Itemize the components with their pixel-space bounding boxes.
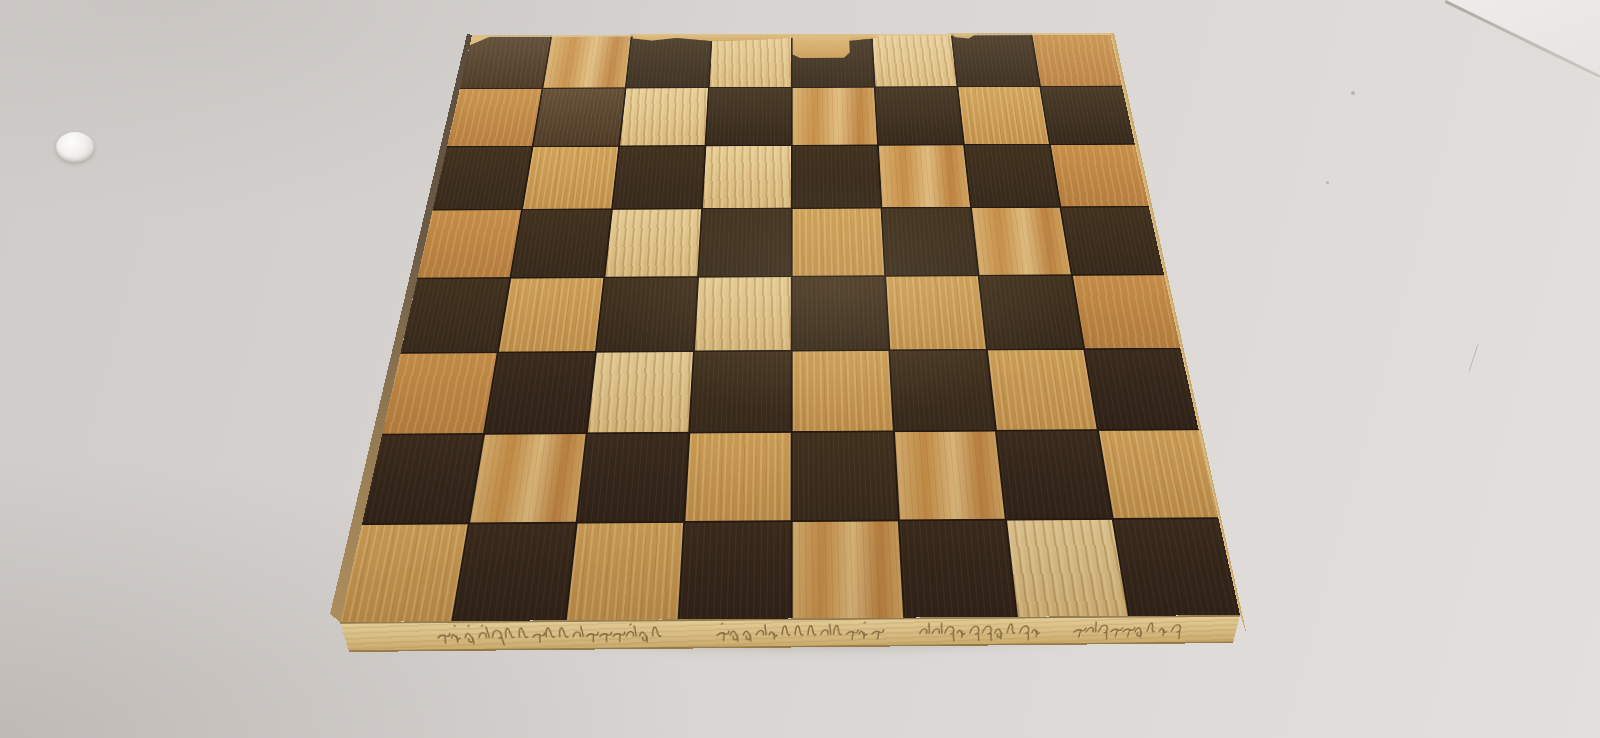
- square-r3c2: [605, 209, 701, 276]
- square-r1c6: [958, 87, 1049, 144]
- square-r6c3: [685, 433, 790, 521]
- square-r3c5: [882, 208, 977, 275]
- square-r2c5: [879, 145, 970, 207]
- square-r7c2: [567, 523, 683, 620]
- square-r6c5: [895, 432, 1005, 520]
- square-r6c2: [578, 433, 688, 521]
- square-r0c4: [793, 34, 874, 87]
- square-r7c1: [453, 524, 575, 622]
- square-r4c0: [401, 279, 510, 353]
- square-r5c5: [890, 350, 994, 430]
- square-r3c1: [511, 210, 611, 277]
- square-r4c4: [793, 277, 889, 350]
- square-r0c7: [1032, 33, 1122, 86]
- square-r3c6: [972, 208, 1071, 275]
- square-r1c4: [793, 88, 877, 145]
- square-r4c7: [1073, 275, 1180, 348]
- square-r2c2: [613, 146, 705, 208]
- square-r2c1: [523, 147, 618, 209]
- table-scratch: [1469, 345, 1479, 372]
- square-r0c1: [543, 35, 631, 88]
- square-r5c0: [382, 353, 496, 434]
- square-r2c0: [433, 147, 532, 209]
- square-r5c3: [690, 352, 790, 432]
- square-r3c4: [793, 208, 885, 275]
- photo-scene: [0, 0, 1600, 738]
- square-r3c0: [417, 210, 521, 278]
- square-r2c3: [703, 146, 791, 208]
- square-r4c2: [597, 278, 697, 351]
- square-r4c1: [499, 278, 603, 352]
- square-r4c5: [886, 276, 986, 349]
- square-r6c0: [362, 435, 483, 523]
- square-r7c4: [793, 521, 903, 618]
- square-r6c6: [997, 431, 1112, 519]
- square-r0c2: [627, 34, 711, 87]
- square-r1c5: [876, 87, 964, 144]
- square-r7c5: [900, 521, 1016, 618]
- table-speck: [1326, 181, 1329, 184]
- square-r3c7: [1061, 207, 1163, 274]
- table-bump: [56, 132, 94, 162]
- square-r1c1: [534, 88, 625, 145]
- chess-board: [340, 33, 1240, 622]
- square-r3c3: [699, 209, 791, 276]
- square-r0c0: [460, 35, 551, 88]
- square-r1c7: [1041, 87, 1135, 144]
- square-r7c7: [1114, 519, 1240, 616]
- square-r5c7: [1085, 349, 1198, 429]
- square-r5c1: [485, 353, 595, 433]
- square-r4c6: [980, 276, 1084, 349]
- square-r0c5: [873, 34, 957, 87]
- square-r6c1: [470, 434, 586, 522]
- square-r7c0: [340, 524, 468, 622]
- square-r6c4: [793, 432, 898, 520]
- square-r1c2: [620, 88, 708, 145]
- square-r0c6: [952, 33, 1039, 86]
- square-r2c6: [965, 145, 1060, 207]
- square-r1c0: [447, 89, 542, 146]
- square-r2c7: [1051, 145, 1149, 207]
- square-r7c3: [680, 522, 791, 619]
- square-r1c3: [706, 88, 791, 145]
- square-r2c4: [793, 146, 881, 208]
- square-r5c4: [793, 351, 893, 431]
- square-r6c7: [1099, 430, 1218, 518]
- square-r5c6: [988, 350, 1097, 430]
- square-r4c3: [695, 277, 791, 350]
- table-speck: [1351, 91, 1355, 95]
- square-r0c3: [710, 34, 791, 87]
- square-r5c2: [588, 352, 693, 432]
- square-r7c6: [1007, 520, 1128, 617]
